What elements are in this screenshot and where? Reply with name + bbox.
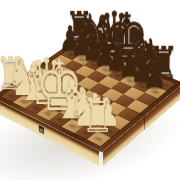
- white-rook[interactable]: ♜: [64, 93, 131, 140]
- brass-clasp: [39, 126, 45, 135]
- product-photo-scene: ♜♞♝♛♚♝♞♜♟♟♟♟♟♟♟♟♟♟♟♟♟♟♟♟♜♞♝♛♚♝♞♜: [0, 0, 180, 180]
- square-h1[interactable]: ♜: [87, 131, 110, 146]
- black-pawn[interactable]: ♟: [124, 57, 180, 92]
